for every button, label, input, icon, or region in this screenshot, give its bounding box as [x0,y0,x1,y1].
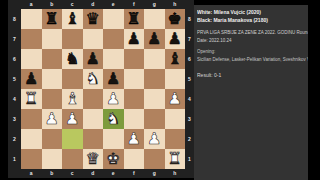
rank-labels-right: 87654321 [185,9,194,169]
black-pawn: ♟ [86,49,100,69]
square-d1[interactable]: ♛ [83,149,104,169]
white-pawn: ♟ [127,129,141,149]
square-c1[interactable] [62,149,83,169]
square-f6[interactable] [124,49,145,69]
file-label-c: c [62,169,83,178]
rank-labels-left: 87654321 [8,9,21,169]
square-d2[interactable] [83,129,104,149]
square-a5[interactable]: ♟ [21,69,42,89]
rank-label-6: 6 [185,49,194,69]
file-label-e: e [103,0,124,9]
game-info-panel: White: Milena Vujcic (2020) Black: Maria… [194,5,308,180]
rank-label-3: 3 [8,109,21,129]
square-g4[interactable] [144,89,165,109]
square-d7[interactable] [83,29,104,49]
black-pawn: ♟ [106,69,120,89]
file-label-b: b [42,0,63,9]
black-pawn: ♟ [147,29,161,49]
square-b8[interactable]: ♜ [42,9,63,29]
square-e3[interactable]: ♞ [103,109,124,129]
square-d5[interactable]: ♞ [83,69,104,89]
rank-label-7: 7 [8,29,21,49]
file-label-d: d [83,169,104,178]
file-label-h: h [165,169,186,178]
file-label-d: d [83,0,104,9]
black-king: ♚ [168,9,182,29]
black-bishop: ♝ [168,49,182,69]
square-g8[interactable] [144,9,165,29]
square-a2[interactable] [21,129,42,149]
square-b7[interactable] [42,29,63,49]
white-bishop: ♝ [65,89,79,109]
file-label-a: a [21,0,42,9]
square-g6[interactable] [144,49,165,69]
square-f3[interactable] [124,109,145,129]
rank-label-8: 8 [8,9,21,29]
square-e2[interactable] [103,129,124,149]
rank-label-7: 7 [185,29,194,49]
square-e8[interactable] [103,9,124,29]
square-g3[interactable] [144,109,165,129]
square-g2[interactable]: ♟ [144,129,165,149]
square-a1[interactable] [21,149,42,169]
white-knight: ♞ [86,69,100,89]
square-b6[interactable] [42,49,63,69]
file-label-f: f [124,0,145,9]
video-frame: abcdefgh 87654321 87654321 ♜♝♛♜♚♟♟♟♞♟♝♟♞… [0,0,320,180]
black-queen: ♛ [86,9,100,29]
square-c7[interactable] [62,29,83,49]
rank-label-4: 4 [185,89,194,109]
black-pawn: ♟ [127,29,141,49]
square-h8[interactable]: ♚ [165,9,186,29]
file-label-a: a [21,169,42,178]
event-line: PRVA LIGA SRBIJE ZA ŽENE ZA 2022. GODINU… [197,30,308,35]
rank-label-1: 1 [8,149,21,169]
square-g7[interactable]: ♟ [144,29,165,49]
rank-label-1: 1 [185,149,194,169]
file-labels-bottom: abcdefgh [21,169,185,178]
square-c4[interactable]: ♝ [62,89,83,109]
white-king: ♚ [106,149,120,169]
square-h3[interactable] [165,109,186,129]
white-rook: ♜ [168,149,182,169]
file-label-g: g [144,169,165,178]
opening-label: Opening: [197,49,308,54]
opening-name: Sicilian Defense, Lasker-Pelikan Variati… [197,57,308,62]
square-a7[interactable] [21,29,42,49]
white-player-line: White: Milena Vujcic (2020) [197,9,308,15]
square-b1[interactable] [42,149,63,169]
black-rook: ♜ [45,9,59,29]
rank-label-2: 2 [8,129,21,149]
rank-label-3: 3 [185,109,194,129]
square-d6[interactable]: ♟ [83,49,104,69]
square-c8[interactable]: ♝ [62,9,83,29]
square-a3[interactable] [21,109,42,129]
file-label-c: c [62,0,83,9]
square-f5[interactable] [124,69,145,89]
square-b5[interactable] [42,69,63,89]
square-b2[interactable] [42,129,63,149]
rank-label-8: 8 [185,9,194,29]
square-d3[interactable] [83,109,104,129]
white-knight: ♞ [106,109,120,129]
white-pawn: ♟ [45,109,59,129]
rank-label-2: 2 [185,129,194,149]
file-label-f: f [124,169,145,178]
result-line: Result: 0-1 [197,72,308,78]
square-d4[interactable] [83,89,104,109]
file-label-b: b [42,169,63,178]
square-f4[interactable] [124,89,145,109]
square-e6[interactable] [103,49,124,69]
square-g1[interactable] [144,149,165,169]
file-label-g: g [144,0,165,9]
square-h1[interactable]: ♜ [165,149,186,169]
file-label-h: h [165,0,186,9]
square-a4[interactable]: ♜ [21,89,42,109]
square-e7[interactable] [103,29,124,49]
white-rook: ♜ [24,89,38,109]
square-e5[interactable]: ♟ [103,69,124,89]
square-c5[interactable] [62,69,83,89]
square-b4[interactable] [42,89,63,109]
chess-board: abcdefgh 87654321 87654321 ♜♝♛♜♚♟♟♟♞♟♝♟♞… [8,0,194,178]
square-c6[interactable]: ♞ [62,49,83,69]
square-h4[interactable]: ♟ [165,89,186,109]
square-f8[interactable]: ♜ [124,9,145,29]
square-a6[interactable] [21,49,42,69]
black-bishop: ♝ [65,9,79,29]
square-g5[interactable] [144,69,165,89]
date-line: Date: 2022.10.24 [197,38,308,43]
square-h2[interactable] [165,129,186,149]
square-c2[interactable] [62,129,83,149]
white-queen: ♛ [86,149,100,169]
black-pawn: ♟ [24,69,38,89]
white-pawn: ♟ [65,109,79,129]
black-player-line: Black: Maria Manakova (2180) [197,17,308,23]
square-f7[interactable]: ♟ [124,29,145,49]
square-h5[interactable] [165,69,186,89]
square-b3[interactable]: ♟ [42,109,63,129]
black-knight: ♞ [65,49,79,69]
white-pawn: ♟ [168,89,182,109]
white-pawn: ♟ [106,89,120,109]
white-pawn: ♟ [147,129,161,149]
square-e1[interactable]: ♚ [103,149,124,169]
black-rook: ♜ [127,9,141,29]
square-e4[interactable]: ♟ [103,89,124,109]
rank-label-5: 5 [185,69,194,89]
rank-label-6: 6 [8,49,21,69]
square-f2[interactable]: ♟ [124,129,145,149]
square-h7[interactable]: ♟ [165,29,186,49]
rank-label-4: 4 [8,89,21,109]
square-c3[interactable]: ♟ [62,109,83,129]
square-f1[interactable] [124,149,145,169]
rank-label-5: 5 [8,69,21,89]
square-d8[interactable]: ♛ [83,9,104,29]
file-labels-top: abcdefgh [21,0,185,9]
square-h6[interactable]: ♝ [165,49,186,69]
board-grid: ♜♝♛♜♚♟♟♟♞♟♝♟♞♟♜♝♟♟♟♟♞♟♟♛♚♜ [21,9,185,169]
black-pawn: ♟ [168,29,182,49]
file-label-e: e [103,169,124,178]
square-a8[interactable] [21,9,42,29]
